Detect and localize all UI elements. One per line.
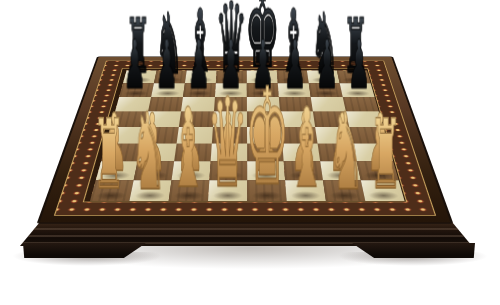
board-grid: ♜♞♝♛♚♝♞♜♟♟♟♟♟♟♟♟♟♟♟♟♟♟♟♟♜♞♝♛♚♝♞♜ [90,70,400,201]
square-h1[interactable]: ♜ [361,180,405,201]
white-rook[interactable]: ♜ [93,108,125,204]
square-d1[interactable]: ♛ [208,180,247,201]
white-knight[interactable]: ♞ [131,97,166,204]
white-bishop[interactable]: ♝ [170,95,206,205]
white-rook[interactable]: ♜ [370,108,402,204]
square-f1[interactable]: ♝ [285,180,326,201]
square-c1[interactable]: ♝ [169,180,210,201]
chess-set-photo: ♜♞♝♛♚♝♞♜♟♟♟♟♟♟♟♟♟♟♟♟♟♟♟♟♜♞♝♛♚♝♞♜ [0,0,500,305]
white-king[interactable]: ♚ [245,71,289,205]
white-bishop[interactable]: ♝ [289,95,325,205]
square-b1[interactable]: ♞ [129,180,171,201]
white-queen[interactable]: ♛ [207,82,248,205]
playfield-border: ♜♞♝♛♚♝♞♜♟♟♟♟♟♟♟♟♟♟♟♟♟♟♟♟♜♞♝♛♚♝♞♜ [84,69,406,202]
board-front-molding [20,221,472,246]
square-e1[interactable]: ♚ [247,180,286,201]
square-g1[interactable]: ♞ [323,180,365,201]
square-a1[interactable]: ♜ [90,180,134,201]
white-knight[interactable]: ♞ [329,97,364,204]
chess-board: ♜♞♝♛♚♝♞♜♟♟♟♟♟♟♟♟♟♟♟♟♟♟♟♟♜♞♝♛♚♝♞♜ [37,57,454,224]
mosaic-inlay-band: ♜♞♝♛♚♝♞♜♟♟♟♟♟♟♟♟♟♟♟♟♟♟♟♟♜♞♝♛♚♝♞♜ [54,61,436,216]
board-frame: ♜♞♝♛♚♝♞♜♟♟♟♟♟♟♟♟♟♟♟♟♟♟♟♟♜♞♝♛♚♝♞♜ [37,57,454,224]
